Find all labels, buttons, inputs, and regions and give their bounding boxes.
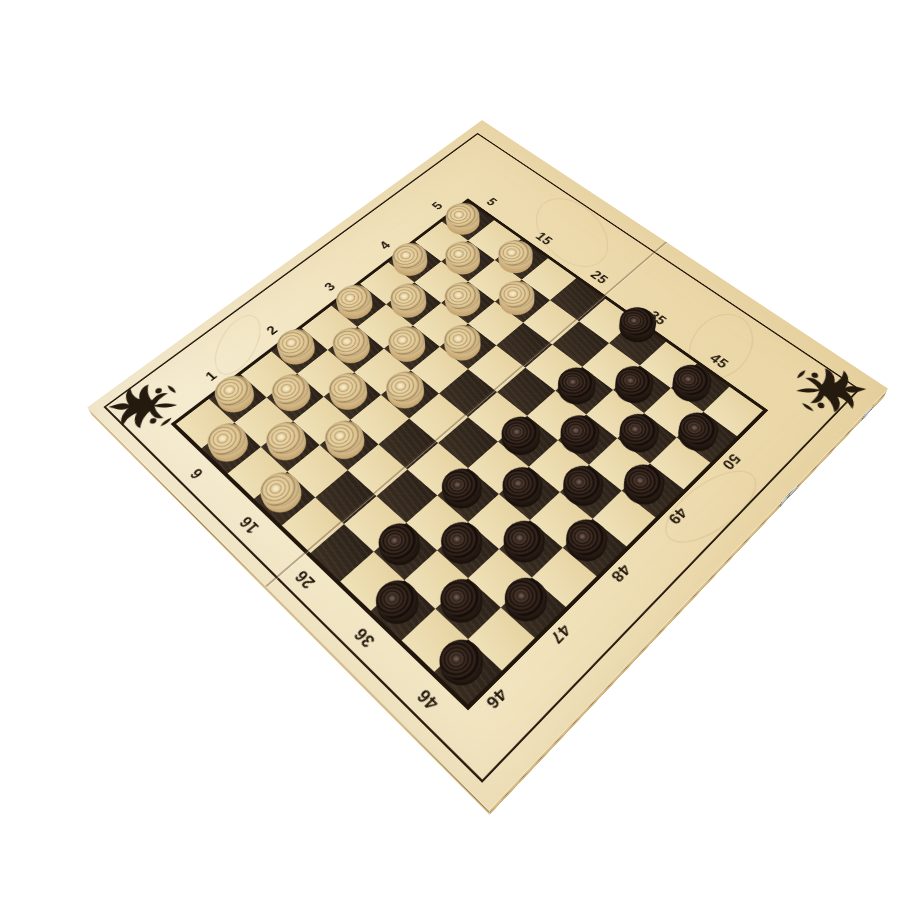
product-photo-stage: 123455152535454647484950616263646	[0, 0, 900, 900]
clasp-pin	[787, 493, 791, 499]
draughts-board: 123455152535454647484950616263646	[87, 120, 888, 810]
